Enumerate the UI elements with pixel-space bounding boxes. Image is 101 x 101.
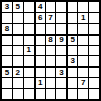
sudoku-empty-cell-r4c3[interactable] (24, 35, 34, 45)
sudoku-empty-cell-r6c4[interactable] (35, 56, 45, 66)
sudoku-empty-cell-r5c5[interactable] (46, 46, 56, 56)
sudoku-empty-cell-r1c6[interactable] (56, 2, 66, 12)
sudoku-empty-cell-r3c7[interactable] (67, 24, 77, 34)
sudoku-empty-cell-r8c9[interactable] (89, 78, 99, 88)
sudoku-empty-cell-r1c7[interactable] (67, 2, 77, 12)
sudoku-empty-cell-r8c2[interactable] (13, 78, 23, 88)
sudoku-empty-cell-r3c6[interactable] (56, 24, 66, 34)
sudoku-empty-cell-r6c8[interactable] (78, 56, 88, 66)
sudoku-empty-cell-r9c6[interactable] (56, 89, 66, 99)
sudoku-board: 35467188951352317 (0, 0, 101, 101)
sudoku-given-cell-r2c8: 1 (78, 13, 88, 23)
sudoku-empty-cell-r5c2[interactable] (13, 46, 23, 56)
sudoku-empty-cell-r4c8[interactable] (78, 35, 88, 45)
sudoku-empty-cell-r5c6[interactable] (56, 46, 66, 56)
sudoku-empty-cell-r7c7[interactable] (67, 67, 77, 77)
sudoku-given-cell-r4c6: 9 (56, 35, 66, 45)
sudoku-empty-cell-r6c9[interactable] (89, 56, 99, 66)
sudoku-empty-cell-r2c6[interactable] (56, 13, 66, 23)
sudoku-empty-cell-r4c2[interactable] (13, 35, 23, 45)
sudoku-empty-cell-r5c7[interactable] (67, 46, 77, 56)
sudoku-empty-cell-r6c5[interactable] (46, 56, 56, 66)
sudoku-empty-cell-r5c4[interactable] (35, 46, 45, 56)
sudoku-empty-cell-r3c9[interactable] (89, 24, 99, 34)
sudoku-empty-cell-r4c4[interactable] (35, 35, 45, 45)
sudoku-given-cell-r1c1: 3 (2, 2, 12, 12)
sudoku-empty-cell-r3c8[interactable] (78, 24, 88, 34)
sudoku-empty-cell-r6c1[interactable] (2, 56, 12, 66)
sudoku-empty-cell-r5c8[interactable] (78, 46, 88, 56)
sudoku-empty-cell-r7c3[interactable] (24, 67, 34, 77)
sudoku-empty-cell-r7c4[interactable] (35, 67, 45, 77)
sudoku-empty-cell-r9c2[interactable] (13, 89, 23, 99)
sudoku-empty-cell-r6c6[interactable] (56, 56, 66, 66)
sudoku-given-cell-r7c2: 2 (13, 67, 23, 77)
sudoku-given-cell-r6c7: 3 (67, 56, 77, 66)
sudoku-given-cell-r1c4: 4 (35, 2, 45, 12)
sudoku-empty-cell-r9c5[interactable] (46, 89, 56, 99)
sudoku-empty-cell-r9c9[interactable] (89, 89, 99, 99)
sudoku-empty-cell-r6c3[interactable] (24, 56, 34, 66)
sudoku-empty-cell-r6c2[interactable] (13, 56, 23, 66)
sudoku-empty-cell-r9c7[interactable] (67, 89, 77, 99)
sudoku-empty-cell-r8c1[interactable] (2, 78, 12, 88)
sudoku-empty-cell-r9c4[interactable] (35, 89, 45, 99)
sudoku-empty-cell-r2c7[interactable] (67, 13, 77, 23)
sudoku-empty-cell-r3c5[interactable] (46, 24, 56, 34)
sudoku-empty-cell-r4c9[interactable] (89, 35, 99, 45)
sudoku-empty-cell-r5c9[interactable] (89, 46, 99, 56)
sudoku-empty-cell-r1c3[interactable] (24, 2, 34, 12)
sudoku-given-cell-r1c2: 5 (13, 2, 23, 12)
sudoku-given-cell-r7c1: 5 (2, 67, 12, 77)
sudoku-empty-cell-r5c1[interactable] (2, 46, 12, 56)
sudoku-empty-cell-r7c5[interactable] (46, 67, 56, 77)
sudoku-empty-cell-r4c1[interactable] (2, 35, 12, 45)
sudoku-given-cell-r7c6: 3 (56, 67, 66, 77)
sudoku-given-cell-r5c3: 1 (24, 46, 34, 56)
sudoku-given-cell-r8c8: 7 (78, 78, 88, 88)
sudoku-empty-cell-r1c9[interactable] (89, 2, 99, 12)
sudoku-given-cell-r4c5: 8 (46, 35, 56, 45)
sudoku-given-cell-r3c1: 8 (2, 24, 12, 34)
sudoku-given-cell-r4c7: 5 (67, 35, 77, 45)
sudoku-empty-cell-r3c4[interactable] (35, 24, 45, 34)
sudoku-empty-cell-r2c9[interactable] (89, 13, 99, 23)
sudoku-empty-cell-r3c3[interactable] (24, 24, 34, 34)
sudoku-given-cell-r8c4: 1 (35, 78, 45, 88)
sudoku-empty-cell-r8c3[interactable] (24, 78, 34, 88)
sudoku-empty-cell-r7c9[interactable] (89, 67, 99, 77)
sudoku-empty-cell-r8c6[interactable] (56, 78, 66, 88)
sudoku-empty-cell-r2c3[interactable] (24, 13, 34, 23)
sudoku-empty-cell-r9c1[interactable] (2, 89, 12, 99)
sudoku-given-cell-r2c4: 6 (35, 13, 45, 23)
sudoku-empty-cell-r1c5[interactable] (46, 2, 56, 12)
sudoku-empty-cell-r9c8[interactable] (78, 89, 88, 99)
sudoku-empty-cell-r9c3[interactable] (24, 89, 34, 99)
sudoku-empty-cell-r2c2[interactable] (13, 13, 23, 23)
sudoku-empty-cell-r3c2[interactable] (13, 24, 23, 34)
sudoku-empty-cell-r8c7[interactable] (67, 78, 77, 88)
sudoku-empty-cell-r2c1[interactable] (2, 13, 12, 23)
sudoku-given-cell-r2c5: 7 (46, 13, 56, 23)
sudoku-empty-cell-r1c8[interactable] (78, 2, 88, 12)
sudoku-empty-cell-r8c5[interactable] (46, 78, 56, 88)
sudoku-empty-cell-r7c8[interactable] (78, 67, 88, 77)
